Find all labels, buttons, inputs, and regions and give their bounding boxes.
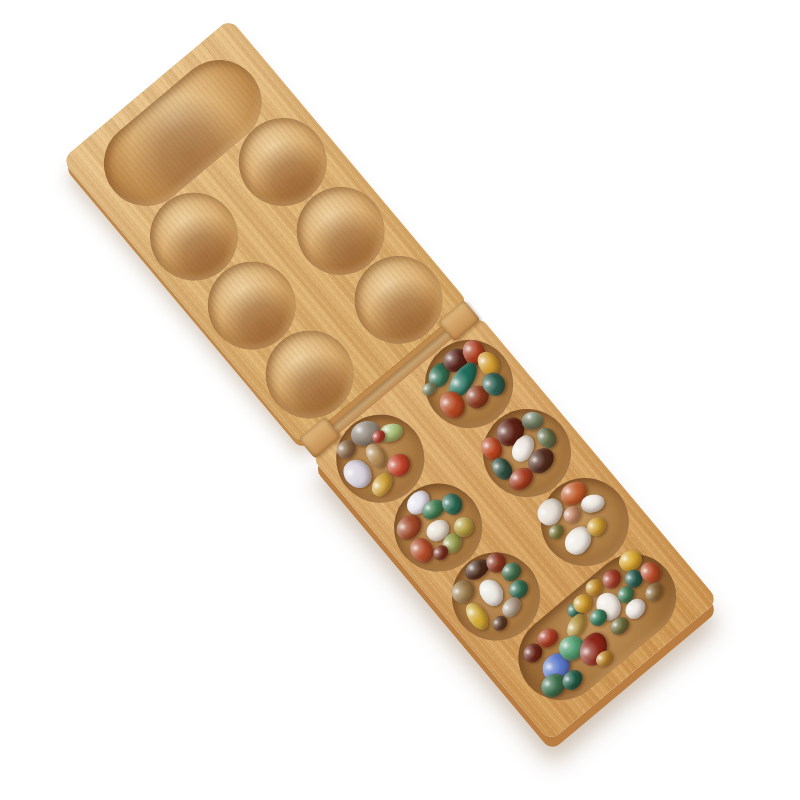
- product-photo-scene: [0, 0, 800, 800]
- gemstone-counter: [641, 579, 666, 605]
- mancala-board: [61, 18, 718, 742]
- gemstone-counter: [438, 489, 467, 519]
